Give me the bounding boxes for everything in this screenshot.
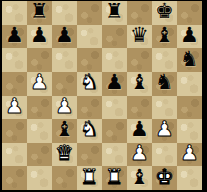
square-c3[interactable]: ♝ [52,119,77,143]
square-a8[interactable] [2,1,27,25]
square-g6[interactable] [152,48,177,72]
square-g5[interactable]: ♞ [152,72,177,96]
square-a5[interactable] [2,72,27,96]
black-pawn-piece: ♟ [180,25,199,46]
square-e8[interactable]: ♜ [102,1,127,25]
white-pawn-piece: ♟ [130,143,149,164]
square-g3[interactable]: ♟ [152,119,177,143]
black-pawn-piece: ♟ [5,25,24,46]
square-b5[interactable]: ♟ [27,72,52,96]
white-king-piece: ♚ [155,167,174,188]
square-f1[interactable]: ♝ [127,166,152,190]
square-e4[interactable] [102,96,127,120]
square-c2[interactable]: ♛ [52,143,77,167]
square-b6[interactable] [27,48,52,72]
white-pawn-piece: ♟ [180,143,199,164]
black-bishop-piece: ♝ [130,72,149,93]
square-a7[interactable]: ♟ [2,25,27,49]
square-d4[interactable] [77,96,102,120]
square-b3[interactable] [27,119,52,143]
square-e3[interactable] [102,119,127,143]
square-d8[interactable] [77,1,102,25]
square-c6[interactable] [52,48,77,72]
black-knight-piece: ♞ [155,72,174,93]
square-b4[interactable] [27,96,52,120]
square-f5[interactable]: ♝ [127,72,152,96]
white-pawn-piece: ♟ [5,96,24,117]
square-d2[interactable] [77,143,102,167]
square-f6[interactable] [127,48,152,72]
square-f7[interactable]: ♛ [127,25,152,49]
square-c4[interactable]: ♟ [52,96,77,120]
square-h4[interactable] [177,96,202,120]
square-h2[interactable]: ♟ [177,143,202,167]
square-b8[interactable]: ♜ [27,1,52,25]
square-e2[interactable] [102,143,127,167]
chess-board: ♜♜♚♟♟♟♛♝♟♞♟♞♟♝♞♟♟♝♞♟♟♛♟♟♜♜♝♚ [2,1,202,190]
square-a1[interactable] [2,166,27,190]
black-pawn-piece: ♟ [105,72,124,93]
square-g2[interactable] [152,143,177,167]
white-rook-piece: ♜ [80,167,99,188]
white-pawn-piece: ♟ [55,96,74,117]
black-pawn-piece: ♟ [130,119,149,140]
square-f8[interactable] [127,1,152,25]
white-knight-piece: ♞ [80,119,99,140]
square-d5[interactable]: ♞ [77,72,102,96]
square-e5[interactable]: ♟ [102,72,127,96]
white-knight-piece: ♞ [80,72,99,93]
black-rook-piece: ♜ [105,1,124,22]
square-e6[interactable] [102,48,127,72]
square-g8[interactable]: ♚ [152,1,177,25]
square-f4[interactable] [127,96,152,120]
square-b1[interactable] [27,166,52,190]
square-f3[interactable]: ♟ [127,119,152,143]
black-rook-piece: ♜ [30,1,49,22]
black-king-piece: ♚ [155,1,174,22]
black-bishop-piece: ♝ [155,25,174,46]
square-g4[interactable] [152,96,177,120]
square-g1[interactable]: ♚ [152,166,177,190]
black-pawn-piece: ♟ [55,25,74,46]
square-g7[interactable]: ♝ [152,25,177,49]
white-pawn-piece: ♟ [30,72,49,93]
black-knight-piece: ♞ [180,49,199,70]
black-pawn-piece: ♟ [30,25,49,46]
square-a2[interactable] [2,143,27,167]
square-d6[interactable] [77,48,102,72]
square-h5[interactable] [177,72,202,96]
square-a6[interactable] [2,48,27,72]
square-d1[interactable]: ♜ [77,166,102,190]
square-d3[interactable]: ♞ [77,119,102,143]
black-bishop-piece: ♝ [130,167,149,188]
square-c8[interactable] [52,1,77,25]
black-queen-piece: ♛ [130,25,149,46]
square-e7[interactable] [102,25,127,49]
square-e1[interactable]: ♜ [102,166,127,190]
board-frame: ♜♜♚♟♟♟♛♝♟♞♟♞♟♝♞♟♟♝♞♟♟♛♟♟♜♜♝♚ [0,0,207,192]
square-c7[interactable]: ♟ [52,25,77,49]
square-c5[interactable] [52,72,77,96]
white-rook-piece: ♜ [105,167,124,188]
white-pawn-piece: ♟ [155,119,174,140]
square-h7[interactable]: ♟ [177,25,202,49]
black-bishop-piece: ♝ [55,119,74,140]
square-h8[interactable] [177,1,202,25]
square-a3[interactable] [2,119,27,143]
square-d7[interactable] [77,25,102,49]
square-b2[interactable] [27,143,52,167]
square-h1[interactable] [177,166,202,190]
square-a4[interactable]: ♟ [2,96,27,120]
square-h6[interactable]: ♞ [177,48,202,72]
white-queen-piece: ♛ [55,143,74,164]
square-f2[interactable]: ♟ [127,143,152,167]
square-c1[interactable] [52,166,77,190]
square-b7[interactable]: ♟ [27,25,52,49]
square-h3[interactable] [177,119,202,143]
